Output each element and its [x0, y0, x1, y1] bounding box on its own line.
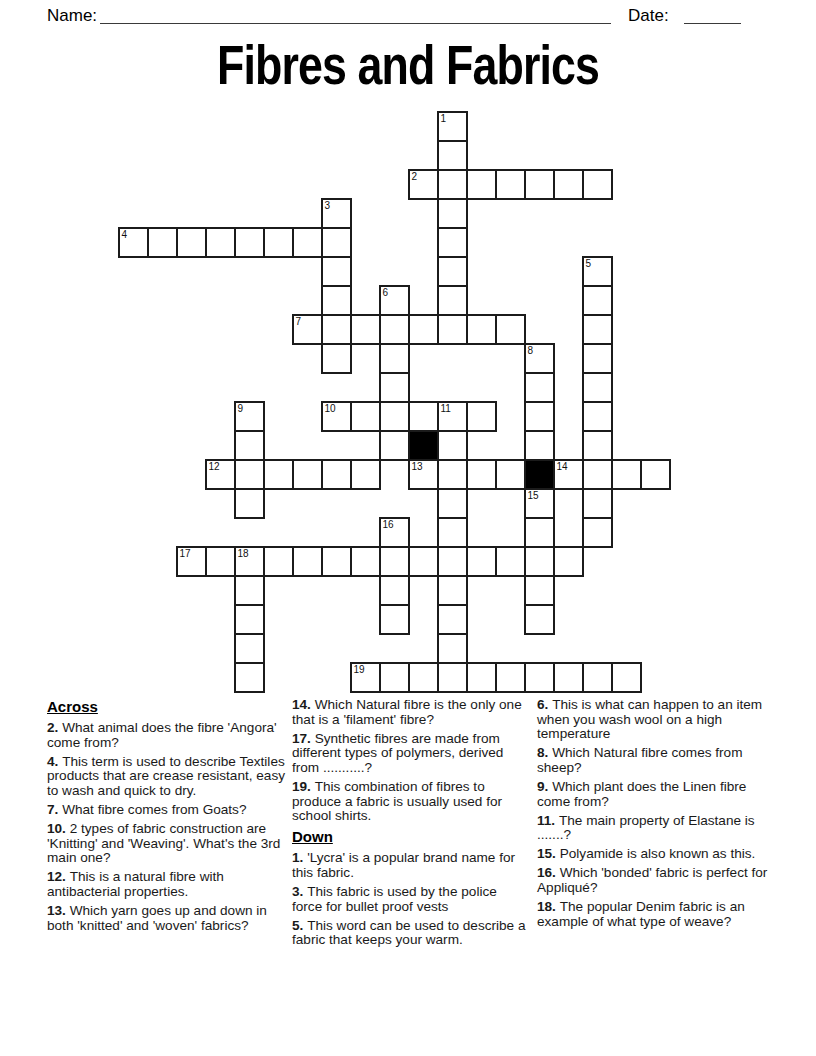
clue-down-6: 6. This is what can happen to an item wh… — [537, 698, 775, 742]
grid-cell[interactable] — [437, 227, 468, 258]
clue-across-12: 12. This is a natural fibre with antibac… — [47, 870, 285, 899]
grid-cell[interactable] — [582, 169, 613, 200]
clue-number-text: 10. — [47, 821, 70, 836]
grid-cell[interactable] — [611, 459, 642, 490]
clue-number-19: 19 — [354, 665, 365, 675]
grid-cell[interactable] — [350, 546, 381, 577]
clue-number-14: 14 — [557, 462, 568, 472]
clue-number-text: 17. — [292, 731, 315, 746]
clue-number-8: 8 — [528, 346, 534, 356]
clue-number-text: 8. — [537, 745, 552, 760]
clue-number-text: 18. — [537, 899, 560, 914]
clues-across-header: Across — [47, 698, 285, 715]
clue-across-13: 13. Which yarn goes up and down in both … — [47, 904, 285, 933]
clue-number-text: 9. — [537, 779, 552, 794]
clue-number-text: 19. — [292, 779, 315, 794]
clue-across-2: 2. What animal does the fibre 'Angora' c… — [47, 721, 285, 750]
clue-number-text: 11. — [537, 813, 559, 828]
date-input-line[interactable] — [684, 7, 741, 24]
grid-cell[interactable] — [234, 488, 265, 519]
grid-cell[interactable] — [292, 546, 323, 577]
grid-cell[interactable] — [611, 662, 642, 693]
clue-number-4: 4 — [122, 230, 128, 240]
grid-cell[interactable] — [524, 546, 555, 577]
grid-cell[interactable] — [176, 227, 207, 258]
grid-cell[interactable] — [437, 430, 468, 461]
clue-across-17: 17. Synthetic fibres are made from diffe… — [292, 732, 530, 776]
grid-cell[interactable] — [437, 575, 468, 606]
clue-down-8: 8. Which Natural fibre comes from sheep? — [537, 746, 775, 775]
grid-cell[interactable] — [379, 314, 410, 345]
grid-cell[interactable] — [495, 314, 526, 345]
grid-cell[interactable] — [321, 343, 352, 374]
clue-number-text: 1. — [292, 850, 307, 865]
grid-cell[interactable] — [437, 314, 468, 345]
grid-cell[interactable] — [437, 256, 468, 287]
clue-number-text: 14. — [292, 697, 315, 712]
grid-cell[interactable] — [234, 575, 265, 606]
grid-cell[interactable] — [234, 662, 265, 693]
grid-cell[interactable] — [234, 459, 265, 490]
clue-down-11: 11. The main property of Elastane is ...… — [537, 814, 775, 843]
clue-down-16: 16. Which 'bonded' fabric is perfect for… — [537, 866, 775, 895]
clue-number-text: 13. — [47, 903, 70, 918]
clue-column: 14. Which Natural fibre is the only one … — [292, 698, 530, 952]
clue-number-text: 2. — [47, 720, 62, 735]
grid-cell[interactable] — [350, 401, 381, 432]
grid-cell[interactable] — [495, 169, 526, 200]
clue-down-18: 18. The popular Denim fabric is an examp… — [537, 900, 775, 929]
grid-cell[interactable] — [147, 227, 178, 258]
clue-column: 6. This is what can happen to an item wh… — [537, 698, 775, 952]
grid-cell[interactable] — [524, 372, 555, 403]
clue-across-10: 10. 2 types of fabric construction are '… — [47, 822, 285, 866]
grid-cell[interactable] — [408, 314, 439, 345]
clue-number-6: 6 — [383, 288, 389, 298]
grid-cell[interactable] — [379, 662, 410, 693]
clue-number-5: 5 — [586, 259, 592, 269]
grid-cell[interactable] — [234, 604, 265, 635]
grid-cell[interactable] — [553, 169, 584, 200]
clue-down-15: 15. Polyamide is also known as this. — [537, 847, 775, 862]
black-cell — [524, 459, 555, 490]
grid-cell[interactable] — [582, 517, 613, 548]
clue-number-18: 18 — [238, 549, 249, 559]
clue-number-text: 3. — [292, 884, 307, 899]
grid-cell[interactable] — [466, 546, 497, 577]
grid-cell[interactable] — [437, 604, 468, 635]
clue-across-4: 4. This term is used to describe Textile… — [47, 755, 285, 799]
grid-cell[interactable] — [466, 169, 497, 200]
grid-cell[interactable] — [263, 459, 294, 490]
grid-cell[interactable] — [582, 662, 613, 693]
grid-cell[interactable] — [437, 169, 468, 200]
clue-number-text: 5. — [292, 918, 307, 933]
clue-down-5: 5. This word can be used to describe a f… — [292, 919, 530, 948]
clue-across-19: 19. This combination of fibres to produc… — [292, 780, 530, 824]
grid-cell[interactable] — [292, 227, 323, 258]
clue-number-1: 1 — [441, 114, 447, 124]
clue-number-text: 6. — [537, 697, 552, 712]
grid-cell[interactable] — [379, 430, 410, 461]
clue-down-1: 1. 'Lycra' is a popular brand name for t… — [292, 851, 530, 880]
grid-cell[interactable] — [437, 488, 468, 519]
grid-cell[interactable] — [234, 430, 265, 461]
crossword-grid: 12345678910111213141516171819 — [118, 111, 671, 693]
grid-cell[interactable] — [263, 546, 294, 577]
grid-cell[interactable] — [321, 285, 352, 316]
clue-column: Across2. What animal does the fibre 'Ang… — [47, 698, 285, 952]
grid-cell[interactable] — [495, 546, 526, 577]
grid-cell[interactable] — [437, 662, 468, 693]
clue-number-13: 13 — [412, 462, 423, 472]
clue-number-3: 3 — [325, 201, 331, 211]
clue-number-9: 9 — [238, 404, 244, 414]
grid-cell[interactable] — [379, 372, 410, 403]
grid-cell[interactable] — [437, 140, 468, 171]
clue-across-14: 14. Which Natural fibre is the only one … — [292, 698, 530, 727]
grid-cell[interactable] — [495, 459, 526, 490]
grid-cell[interactable] — [350, 459, 381, 490]
grid-cell[interactable] — [292, 459, 323, 490]
clue-number-15: 15 — [528, 491, 539, 501]
grid-cell[interactable] — [205, 227, 236, 258]
grid-cell[interactable] — [524, 169, 555, 200]
grid-cell[interactable] — [350, 314, 381, 345]
clue-number-text: 4. — [47, 754, 62, 769]
clue-across-7: 7. What fibre comes from Goats? — [47, 803, 285, 818]
black-cell — [408, 430, 439, 461]
clue-number-11: 11 — [441, 404, 451, 414]
grid-cell[interactable] — [495, 662, 526, 693]
grid-cell[interactable] — [582, 430, 613, 461]
grid-cell[interactable] — [524, 662, 555, 693]
grid-cell[interactable] — [582, 401, 613, 432]
clue-section: Across2. What animal does the fibre 'Ang… — [47, 698, 777, 952]
clue-down-9: 9. Which plant does the Linen fibre come… — [537, 780, 775, 809]
clue-number-text: 12. — [47, 869, 70, 884]
grid-cell[interactable] — [582, 285, 613, 316]
clue-down-3: 3. This fabric is used by the police for… — [292, 885, 530, 914]
grid-cell[interactable] — [553, 662, 584, 693]
grid-cell[interactable] — [379, 401, 410, 432]
grid-cell[interactable] — [379, 604, 410, 635]
grid-cell[interactable] — [408, 662, 439, 693]
clue-number-text: 7. — [47, 802, 62, 817]
clue-number-16: 16 — [383, 520, 394, 530]
grid-cell[interactable] — [640, 459, 671, 490]
grid-cell[interactable] — [524, 575, 555, 606]
grid-cell[interactable] — [524, 430, 555, 461]
grid-cell[interactable] — [582, 372, 613, 403]
grid-cell[interactable] — [379, 546, 410, 577]
grid-cell[interactable] — [466, 401, 497, 432]
grid-cell[interactable] — [524, 604, 555, 635]
grid-cell[interactable] — [321, 314, 352, 345]
grid-cell[interactable] — [408, 401, 439, 432]
clue-number-7: 7 — [296, 317, 302, 327]
grid-cell[interactable] — [437, 198, 468, 229]
name-input-line[interactable] — [100, 7, 611, 24]
grid-cell[interactable] — [437, 546, 468, 577]
page-title: Fibres and Fabrics — [57, 32, 759, 98]
name-label: Name: — [47, 6, 97, 26]
grid-cell[interactable] — [321, 459, 352, 490]
grid-cell[interactable] — [437, 285, 468, 316]
date-label: Date: — [628, 6, 669, 26]
grid-cell[interactable] — [524, 517, 555, 548]
grid-cell[interactable] — [582, 314, 613, 345]
grid-cell[interactable] — [234, 227, 265, 258]
grid-cell[interactable] — [379, 575, 410, 606]
grid-cell[interactable] — [582, 488, 613, 519]
grid-cell[interactable] — [582, 459, 613, 490]
clue-number-text: 15. — [537, 846, 560, 861]
clue-number-text: 16. — [537, 865, 560, 880]
clue-number-12: 12 — [209, 462, 220, 472]
grid-cell[interactable] — [553, 546, 584, 577]
grid-cell[interactable] — [408, 546, 439, 577]
grid-cell[interactable] — [466, 314, 497, 345]
grid-cell[interactable] — [234, 633, 265, 664]
clue-number-17: 17 — [180, 549, 191, 559]
clue-number-2: 2 — [412, 172, 418, 182]
grid-cell[interactable] — [321, 256, 352, 287]
grid-cell[interactable] — [466, 459, 497, 490]
grid-cell[interactable] — [466, 662, 497, 693]
clues-down-header: Down — [292, 828, 530, 845]
grid-cell[interactable] — [437, 459, 468, 490]
grid-cell[interactable] — [582, 343, 613, 374]
grid-cell[interactable] — [321, 227, 352, 258]
grid-cell[interactable] — [524, 401, 555, 432]
grid-cell[interactable] — [437, 517, 468, 548]
grid-cell[interactable] — [263, 227, 294, 258]
clue-number-10: 10 — [325, 404, 336, 414]
grid-cell[interactable] — [437, 633, 468, 664]
grid-cell[interactable] — [321, 546, 352, 577]
grid-cell[interactable] — [205, 546, 236, 577]
grid-cell[interactable] — [379, 343, 410, 374]
